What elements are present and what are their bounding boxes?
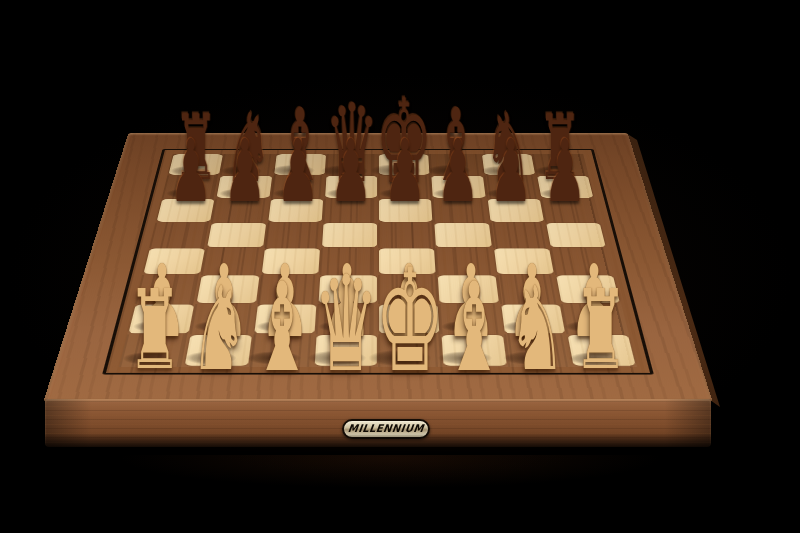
chess-board-scene: MILLENNIUM ♜♞♝♛♚♝♞♜♟♟♟♟♟♟♟♟♟♟♟♟♟♟♟♟♜♞♝♛♚…: [0, 0, 800, 533]
pieces-layer: ♜♞♝♛♚♝♞♜♟♟♟♟♟♟♟♟♟♟♟♟♟♟♟♟♜♞♝♛♚♝♞♜: [0, 0, 800, 533]
piece-black-pawn[interactable]: ♟: [543, 128, 586, 215]
piece-white-knight[interactable]: ♞: [190, 271, 248, 387]
piece-black-pawn[interactable]: ♟: [330, 128, 373, 215]
piece-white-bishop[interactable]: ♝: [443, 266, 504, 389]
piece-white-bishop[interactable]: ♝: [252, 266, 313, 389]
piece-white-knight[interactable]: ♞: [509, 271, 567, 387]
piece-black-pawn[interactable]: ♟: [437, 128, 480, 215]
piece-black-pawn[interactable]: ♟: [383, 128, 426, 215]
piece-black-pawn[interactable]: ♟: [276, 128, 319, 215]
piece-white-queen[interactable]: ♛: [313, 259, 379, 391]
piece-black-pawn[interactable]: ♟: [170, 128, 213, 215]
piece-white-rook[interactable]: ♜: [128, 276, 182, 386]
piece-black-pawn[interactable]: ♟: [223, 128, 266, 215]
piece-black-pawn[interactable]: ♟: [490, 128, 533, 215]
piece-white-rook[interactable]: ♜: [574, 276, 628, 386]
piece-white-king[interactable]: ♚: [375, 251, 445, 393]
